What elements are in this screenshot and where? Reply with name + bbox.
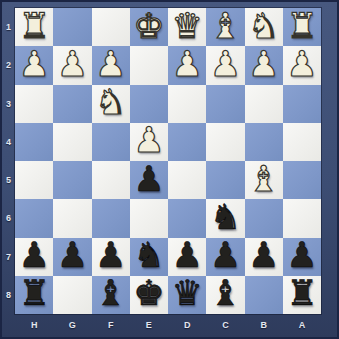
black-pawn: ♟ — [57, 238, 88, 273]
square-a1[interactable]: ♜ — [283, 8, 321, 46]
white-pawn: ♟ — [210, 47, 241, 82]
black-queen: ♛ — [171, 276, 202, 311]
white-rook: ♜ — [18, 9, 49, 44]
square-f5[interactable] — [92, 161, 130, 199]
square-e4[interactable]: ♟ — [130, 123, 168, 161]
black-rook: ♜ — [18, 276, 49, 311]
square-b4[interactable] — [245, 123, 283, 161]
black-rook: ♜ — [286, 276, 317, 311]
square-e7[interactable]: ♞ — [130, 238, 168, 276]
square-h7[interactable]: ♟ — [15, 238, 53, 276]
square-g8[interactable] — [53, 276, 91, 314]
square-a2[interactable]: ♟ — [283, 46, 321, 84]
square-d1[interactable]: ♛ — [168, 8, 206, 46]
square-g4[interactable] — [53, 123, 91, 161]
square-b5[interactable]: ♝ — [245, 161, 283, 199]
file-label-e: E — [130, 314, 168, 335]
rank-label-4: 4 — [2, 123, 15, 161]
square-f8[interactable]: ♝ — [92, 276, 130, 314]
white-knight: ♞ — [248, 9, 279, 44]
rank-label-6: 6 — [2, 199, 15, 237]
square-a5[interactable] — [283, 161, 321, 199]
file-label-c: C — [206, 314, 244, 335]
white-queen: ♛ — [171, 9, 202, 44]
square-f4[interactable] — [92, 123, 130, 161]
white-pawn: ♟ — [171, 47, 202, 82]
file-label-h: H — [15, 314, 53, 335]
square-e2[interactable] — [130, 46, 168, 84]
square-e8[interactable]: ♚ — [130, 276, 168, 314]
black-pawn: ♟ — [210, 238, 241, 273]
square-c8[interactable]: ♝ — [206, 276, 244, 314]
square-f6[interactable] — [92, 199, 130, 237]
square-f2[interactable]: ♟ — [92, 46, 130, 84]
rank-label-1: 1 — [2, 8, 15, 46]
square-g2[interactable]: ♟ — [53, 46, 91, 84]
square-e5[interactable]: ♟ — [130, 161, 168, 199]
square-c2[interactable]: ♟ — [206, 46, 244, 84]
square-e1[interactable]: ♚ — [130, 8, 168, 46]
square-b2[interactable]: ♟ — [245, 46, 283, 84]
square-h4[interactable] — [15, 123, 53, 161]
square-c3[interactable] — [206, 85, 244, 123]
square-d2[interactable]: ♟ — [168, 46, 206, 84]
square-g3[interactable] — [53, 85, 91, 123]
square-f1[interactable] — [92, 8, 130, 46]
rank-labels: 12345678 — [2, 8, 15, 314]
square-h8[interactable]: ♜ — [15, 276, 53, 314]
square-c7[interactable]: ♟ — [206, 238, 244, 276]
square-a7[interactable]: ♟ — [283, 238, 321, 276]
square-a6[interactable] — [283, 199, 321, 237]
rank-label-3: 3 — [2, 85, 15, 123]
square-b8[interactable] — [245, 276, 283, 314]
white-bishop: ♝ — [248, 162, 279, 197]
file-label-g: G — [53, 314, 91, 335]
square-d3[interactable] — [168, 85, 206, 123]
black-king: ♚ — [133, 276, 164, 311]
chess-board-widget: 12345678 HGFEDCBA ♜♚♛♝♞♜♟♟♟♟♟♟♟♞♟♟♝♞♟♟♟♞… — [0, 0, 339, 339]
rank-label-5: 5 — [2, 161, 15, 199]
square-g1[interactable] — [53, 8, 91, 46]
file-label-f: F — [92, 314, 130, 335]
black-pawn: ♟ — [248, 238, 279, 273]
square-b7[interactable]: ♟ — [245, 238, 283, 276]
square-e6[interactable] — [130, 199, 168, 237]
file-label-a: A — [283, 314, 321, 335]
white-pawn: ♟ — [57, 47, 88, 82]
square-c1[interactable]: ♝ — [206, 8, 244, 46]
square-b6[interactable] — [245, 199, 283, 237]
square-g5[interactable] — [53, 161, 91, 199]
square-h3[interactable] — [15, 85, 53, 123]
square-e3[interactable] — [130, 85, 168, 123]
square-f7[interactable]: ♟ — [92, 238, 130, 276]
black-bishop: ♝ — [210, 276, 241, 311]
file-labels: HGFEDCBA — [15, 314, 321, 335]
square-h5[interactable] — [15, 161, 53, 199]
square-f3[interactable]: ♞ — [92, 85, 130, 123]
square-d5[interactable] — [168, 161, 206, 199]
square-g7[interactable]: ♟ — [53, 238, 91, 276]
black-pawn: ♟ — [18, 238, 49, 273]
square-c4[interactable] — [206, 123, 244, 161]
white-king: ♚ — [133, 9, 164, 44]
square-h6[interactable] — [15, 199, 53, 237]
square-d7[interactable]: ♟ — [168, 238, 206, 276]
white-rook: ♜ — [286, 9, 317, 44]
black-pawn: ♟ — [286, 238, 317, 273]
white-pawn: ♟ — [248, 47, 279, 82]
black-bishop: ♝ — [95, 276, 126, 311]
file-label-d: D — [168, 314, 206, 335]
black-knight: ♞ — [210, 200, 241, 235]
rank-label-7: 7 — [2, 238, 15, 276]
square-g6[interactable] — [53, 199, 91, 237]
square-c5[interactable] — [206, 161, 244, 199]
black-pawn: ♟ — [133, 162, 164, 197]
square-d8[interactable]: ♛ — [168, 276, 206, 314]
square-a4[interactable] — [283, 123, 321, 161]
square-a8[interactable]: ♜ — [283, 276, 321, 314]
black-pawn: ♟ — [171, 238, 202, 273]
square-c6[interactable]: ♞ — [206, 199, 244, 237]
square-b3[interactable] — [245, 85, 283, 123]
square-h1[interactable]: ♜ — [15, 8, 53, 46]
white-bishop: ♝ — [210, 9, 241, 44]
white-pawn: ♟ — [95, 47, 126, 82]
rank-label-2: 2 — [2, 46, 15, 84]
square-d4[interactable] — [168, 123, 206, 161]
square-h2[interactable]: ♟ — [15, 46, 53, 84]
chess-board: ♜♚♛♝♞♜♟♟♟♟♟♟♟♞♟♟♝♞♟♟♟♞♟♟♟♟♜♝♚♛♝♜ — [15, 8, 321, 314]
square-d6[interactable] — [168, 199, 206, 237]
white-pawn: ♟ — [133, 123, 164, 158]
rank-label-8: 8 — [2, 276, 15, 314]
square-b1[interactable]: ♞ — [245, 8, 283, 46]
file-label-b: B — [245, 314, 283, 335]
square-a3[interactable] — [283, 85, 321, 123]
white-knight: ♞ — [95, 85, 126, 120]
black-pawn: ♟ — [95, 238, 126, 273]
white-pawn: ♟ — [18, 47, 49, 82]
white-pawn: ♟ — [286, 47, 317, 82]
black-knight: ♞ — [133, 238, 164, 273]
